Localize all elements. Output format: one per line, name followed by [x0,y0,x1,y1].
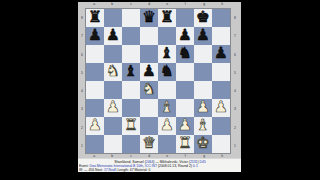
coord-label: 3 [80,104,83,113]
black-p-piece: ♟ [88,28,102,44]
coord-label: 1 [80,140,83,149]
text-segment[interactable]: ICC INT [145,164,157,168]
square-g7[interactable]: ♟ [194,27,212,45]
square-f2[interactable]: ♟ [176,117,194,135]
square-a1[interactable] [86,135,104,153]
square-h1[interactable] [212,135,230,153]
black-n-piece: ♞ [160,64,174,80]
square-c8[interactable] [122,9,140,27]
square-e6[interactable]: ♝ [158,45,176,63]
square-a4[interactable] [86,81,104,99]
coord-label: 7 [233,31,236,40]
coord-label: 4 [80,86,83,95]
square-b2[interactable] [104,117,122,135]
square-c7[interactable] [122,27,140,45]
black-b-piece: ♝ [160,46,174,62]
file-labels-top: abcdefgh [85,1,231,7]
text-segment: Event: [79,164,90,168]
coord-label: e [163,154,172,157]
coord-label: f [181,3,190,6]
square-f1[interactable]: ♜ [176,135,194,153]
coord-label: 3 [233,104,236,113]
square-d5[interactable]: ♟ [140,63,158,81]
coord-label: 5 [233,67,236,76]
text-segment[interactable]: 0-1 [193,164,198,168]
players-line: Shankland, Samuel (2464) — Mikhalevski, … [79,160,241,164]
coord-label: h [217,154,226,157]
black-r-piece: ♜ [160,10,174,26]
square-f4[interactable] [176,81,194,99]
square-h4[interactable] [212,81,230,99]
event-line: Event: Doo Minnesota International B 10t… [79,164,241,168]
square-g4[interactable] [194,81,212,99]
text-segment: ) — Mikhalevski, Victor ( [153,160,190,164]
coord-label: d [144,3,153,6]
square-g2[interactable]: ♝ [194,117,212,135]
coord-label: 6 [80,49,83,58]
coord-label: a [90,3,99,6]
coord-label: 6 [233,49,236,58]
text-segment[interactable]: 17.Nxd5 [104,168,117,172]
white-p-piece: ♟ [160,118,174,134]
text-segment: Shankland, Samuel ( [114,160,146,164]
coord-label: b [108,3,117,6]
white-b-piece: ♝ [160,100,174,116]
black-p-piece: ♟ [106,28,120,44]
white-r-piece: ♜ [178,136,192,152]
square-d2[interactable] [140,117,158,135]
square-a6[interactable] [86,45,104,63]
black-p-piece: ♟ [196,28,210,44]
text-segment: W: — 456 Next: [79,168,104,172]
coord-label: f [181,154,190,157]
square-c3[interactable] [122,99,140,117]
coord-label: 1 [233,140,236,149]
white-p-piece: ♟ [88,118,102,134]
letterbox-right [241,0,320,180]
square-g3[interactable]: ♟ [194,99,212,117]
text-segment: (2008.01.13, Round 2) [157,164,193,168]
square-e1[interactable] [158,135,176,153]
square-e3[interactable]: ♝ [158,99,176,117]
game-info-band: Shankland, Samuel (2464) — Mikhalevski, … [78,158,241,173]
square-a2[interactable]: ♟ [86,117,104,135]
coord-label: 2 [233,122,236,131]
coord-label: c [126,3,135,6]
square-h6[interactable]: ♟ [212,45,230,63]
white-p-piece: ♟ [178,118,192,134]
text-segment[interactable]: 2464 [146,160,154,164]
square-d7[interactable] [140,27,158,45]
square-g1[interactable]: ♚ [194,135,212,153]
coord-label: 8 [233,13,236,22]
square-g8[interactable]: ♚ [194,9,212,27]
square-c6[interactable] [122,45,140,63]
coord-label: c [126,154,135,157]
coord-label: 5 [80,67,83,76]
square-a8[interactable]: ♜ [86,9,104,27]
white-p-piece: ♟ [106,100,120,116]
square-e4[interactable] [158,81,176,99]
square-b3[interactable]: ♟ [104,99,122,117]
square-a7[interactable]: ♟ [86,27,104,45]
coord-label: h [217,3,226,6]
square-c4[interactable] [122,81,140,99]
square-g5[interactable] [194,63,212,81]
square-e7[interactable] [158,27,176,45]
square-h3[interactable]: ♟ [212,99,230,117]
coord-label: 2 [80,122,83,131]
square-c2[interactable]: ♜ [122,117,140,135]
white-k-piece: ♚ [196,136,210,152]
square-c5[interactable]: ♝ [122,63,140,81]
square-h8[interactable] [212,9,230,27]
square-c1[interactable] [122,135,140,153]
square-b8[interactable] [104,9,122,27]
square-d3[interactable] [140,99,158,117]
coord-label: d [144,154,153,157]
square-e2[interactable]: ♟ [158,117,176,135]
white-q-piece: ♛ [142,136,156,152]
letterbox-left [0,0,78,180]
black-r-piece: ♜ [88,10,102,26]
chess-board: ♜♛♜♚♟♟♟♟♝♞♟♞♝♟♞♞♟♝♟♟♟♜♟♟♝♛♜♚ [85,8,231,154]
coord-label: g [199,154,208,157]
square-h5[interactable] [212,63,230,81]
coord-label: e [163,3,172,6]
rank-labels-right: 87654321 [232,8,238,154]
text-segment: Length: 47 Material: 0 [117,168,151,172]
text-segment[interactable]: 2531 [190,160,198,164]
square-d6[interactable] [140,45,158,63]
white-n-piece: ♞ [142,82,156,98]
coord-label: a [90,154,99,157]
square-d8[interactable]: ♛ [140,9,158,27]
square-e5[interactable]: ♞ [158,63,176,81]
white-b-piece: ♝ [196,118,210,134]
white-p-piece: ♟ [214,100,228,116]
square-b6[interactable] [104,45,122,63]
square-h7[interactable] [212,27,230,45]
square-f6[interactable]: ♞ [176,45,194,63]
coord-label: 7 [80,31,83,40]
square-g6[interactable] [194,45,212,63]
coord-label: 8 [80,13,83,22]
square-b7[interactable]: ♟ [104,27,122,45]
white-n-piece: ♞ [106,64,120,80]
square-a3[interactable] [86,99,104,117]
square-b4[interactable] [104,81,122,99]
square-f7[interactable]: ♟ [176,27,194,45]
black-n-piece: ♞ [178,46,192,62]
black-p-piece: ♟ [214,46,228,62]
square-h2[interactable] [212,117,230,135]
black-k-piece: ♚ [196,10,210,26]
coord-label: 4 [233,86,236,95]
white-p-piece: ♟ [196,100,210,116]
square-d1[interactable]: ♛ [140,135,158,153]
rank-labels-left: 87654321 [79,8,85,154]
square-b5[interactable]: ♞ [104,63,122,81]
letterbox-bottom [78,172,241,180]
square-f5[interactable] [176,63,194,81]
square-f3[interactable] [176,99,194,117]
coord-label: g [199,3,208,6]
white-r-piece: ♜ [124,118,138,134]
text-segment[interactable]: Doo Minnesota International B 10th [90,164,143,168]
black-p-piece: ♟ [178,28,192,44]
square-f8[interactable] [176,9,194,27]
square-b1[interactable] [104,135,122,153]
text-segment[interactable]: D45 [200,160,206,164]
square-d4[interactable]: ♞ [140,81,158,99]
black-b-piece: ♝ [124,64,138,80]
black-q-piece: ♛ [142,10,156,26]
coord-label: b [108,154,117,157]
black-p-piece: ♟ [142,64,156,80]
square-a5[interactable] [86,63,104,81]
square-e8[interactable]: ♜ [158,9,176,27]
